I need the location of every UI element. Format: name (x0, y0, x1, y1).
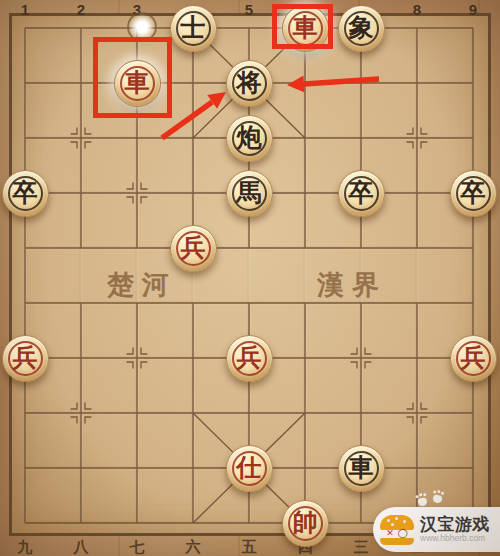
piece-character: 兵 (451, 336, 496, 381)
piece-black-将[interactable]: 将 (226, 60, 273, 107)
piece-character: 兵 (3, 336, 48, 381)
burger-o-eye: ◯ (398, 529, 408, 538)
piece-red-車[interactable]: 車 (282, 5, 329, 52)
piece-black-卒[interactable]: 卒 (450, 170, 497, 217)
piece-character: 卒 (339, 171, 384, 216)
file-label-bottom-3: 七 (130, 538, 145, 556)
piece-red-仕[interactable]: 仕 (226, 445, 273, 492)
file-label-bottom-2: 八 (74, 538, 89, 556)
piece-black-卒[interactable]: 卒 (338, 170, 385, 217)
file-label-top-8: 8 (413, 1, 421, 18)
river-label-right: 漢界 (317, 267, 387, 303)
piece-red-兵[interactable]: 兵 (450, 335, 497, 382)
piece-character: 車 (115, 61, 160, 106)
watermark-url: www.hbherb.com (420, 534, 490, 543)
piece-character: 仕 (227, 446, 272, 491)
file-label-bottom-7: 三 (354, 538, 369, 556)
piece-red-兵[interactable]: 兵 (226, 335, 273, 382)
file-label-bottom-5: 五 (242, 538, 257, 556)
piece-character: 将 (227, 61, 272, 106)
file-label-top-3: 3 (133, 1, 141, 18)
burger-mascot-icon: ✕◯ (380, 515, 414, 545)
piece-character: 士 (171, 6, 216, 51)
file-label-top-1: 1 (21, 1, 29, 18)
file-label-top-5: 5 (245, 1, 253, 18)
piece-character: 象 (339, 6, 384, 51)
piece-black-象[interactable]: 象 (338, 5, 385, 52)
piece-red-兵[interactable]: 兵 (2, 335, 49, 382)
piece-black-卒[interactable]: 卒 (2, 170, 49, 217)
burger-x-eye: ✕ (386, 529, 394, 538)
piece-character: 車 (339, 446, 384, 491)
piece-character: 車 (283, 6, 328, 51)
piece-red-車[interactable]: 車 (114, 60, 161, 107)
file-label-top-9: 9 (469, 1, 477, 18)
piece-red-帥[interactable]: 帥 (282, 500, 329, 547)
xiangqi-game-screen: 楚河 漢界 123456789九八七六五四三二一 士車象車将炮卒馬卒卒兵兵兵兵仕… (0, 0, 500, 556)
watermark-title: 汉宝游戏 (420, 516, 490, 534)
piece-black-車[interactable]: 車 (338, 445, 385, 492)
file-label-bottom-1: 九 (18, 538, 33, 556)
piece-black-士[interactable]: 士 (170, 5, 217, 52)
piece-character: 炮 (227, 116, 272, 161)
piece-character: 卒 (451, 171, 496, 216)
file-label-bottom-4: 六 (186, 538, 201, 556)
piece-character: 馬 (227, 171, 272, 216)
river-label-left: 楚河 (107, 267, 177, 303)
piece-character: 兵 (227, 336, 272, 381)
piece-black-炮[interactable]: 炮 (226, 115, 273, 162)
piece-character: 帥 (283, 501, 328, 546)
file-label-top-2: 2 (77, 1, 85, 18)
piece-red-兵[interactable]: 兵 (170, 225, 217, 272)
piece-character: 兵 (171, 226, 216, 271)
piece-black-馬[interactable]: 馬 (226, 170, 273, 217)
watermark-card[interactable]: ✕◯ 汉宝游戏 www.hbherb.com (373, 507, 500, 552)
piece-character: 卒 (3, 171, 48, 216)
